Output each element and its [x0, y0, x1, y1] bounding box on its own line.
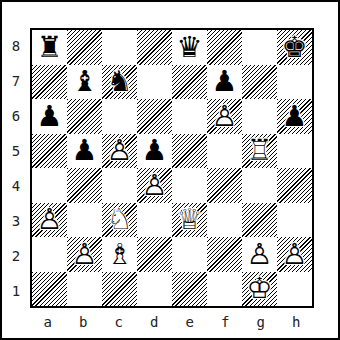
- piece-black-pawn: ♟: [137, 134, 172, 169]
- piece-halo: ♚: [242, 272, 277, 307]
- file-label-h: h: [279, 310, 315, 334]
- piece-halo: ♟: [102, 134, 137, 169]
- rank-label-2: 2: [6, 238, 26, 273]
- square-e2: [172, 237, 207, 272]
- square-d4: ♟♙: [137, 168, 172, 203]
- square-c3: ♞♘: [102, 203, 137, 238]
- square-a3: ♟♙: [32, 203, 67, 238]
- square-g5: ♜♖: [242, 134, 277, 169]
- square-b8: [67, 30, 102, 65]
- rank-label-5: 5: [6, 133, 26, 168]
- square-h3: [277, 203, 312, 238]
- square-e3: ♛♕: [172, 203, 207, 238]
- square-f1: [207, 272, 242, 307]
- square-e4: [172, 168, 207, 203]
- square-f6: ♟♙: [207, 99, 242, 134]
- square-f7: ♟♟: [207, 65, 242, 100]
- square-g1: ♚♔: [242, 272, 277, 307]
- piece-halo: ♟: [277, 237, 312, 272]
- square-d8: [137, 30, 172, 65]
- square-d2: [137, 237, 172, 272]
- square-c1: [102, 272, 137, 307]
- square-h4: [277, 168, 312, 203]
- square-b1: [67, 272, 102, 307]
- square-b2: ♟♙: [67, 237, 102, 272]
- piece-white-pawn: ♙: [277, 237, 312, 272]
- square-c8: [102, 30, 137, 65]
- file-label-e: e: [172, 310, 208, 334]
- piece-black-rook: ♜: [32, 30, 67, 65]
- piece-halo: ♟: [207, 99, 242, 134]
- rank-label-8: 8: [6, 28, 26, 63]
- file-label-c: c: [101, 310, 137, 334]
- square-e8: ♛♛: [172, 30, 207, 65]
- square-g3: [242, 203, 277, 238]
- piece-halo: ♟: [67, 237, 102, 272]
- square-b3: [67, 203, 102, 238]
- piece-white-pawn: ♙: [67, 237, 102, 272]
- square-d6: [137, 99, 172, 134]
- piece-halo: ♟: [137, 134, 172, 169]
- square-a8: ♜♜: [32, 30, 67, 65]
- piece-halo: ♛: [172, 203, 207, 238]
- piece-white-pawn: ♙: [32, 203, 67, 238]
- square-h8: ♚♚: [277, 30, 312, 65]
- square-g7: [242, 65, 277, 100]
- square-c6: [102, 99, 137, 134]
- square-b4: [67, 168, 102, 203]
- file-label-d: d: [137, 310, 173, 334]
- square-b7: ♝♝: [67, 65, 102, 100]
- file-label-f: f: [208, 310, 244, 334]
- piece-halo: ♟: [207, 65, 242, 100]
- piece-halo: ♟: [32, 99, 67, 134]
- piece-halo: ♝: [67, 65, 102, 100]
- piece-black-bishop: ♝: [67, 65, 102, 100]
- piece-halo: ♚: [277, 30, 312, 65]
- piece-halo: ♜: [242, 134, 277, 169]
- square-c4: [102, 168, 137, 203]
- square-b6: [67, 99, 102, 134]
- piece-white-rook: ♖: [242, 134, 277, 169]
- square-d5: ♟♟: [137, 134, 172, 169]
- square-a2: [32, 237, 67, 272]
- piece-white-pawn: ♙: [242, 237, 277, 272]
- piece-white-pawn: ♙: [207, 99, 242, 134]
- piece-white-knight: ♘: [102, 203, 137, 238]
- square-h5: [277, 134, 312, 169]
- piece-halo: ♟: [32, 203, 67, 238]
- piece-halo: ♟: [67, 134, 102, 169]
- square-c7: ♞♞: [102, 65, 137, 100]
- piece-halo: ♟: [242, 237, 277, 272]
- file-label-g: g: [243, 310, 279, 334]
- piece-black-queen: ♛: [172, 30, 207, 65]
- square-a7: [32, 65, 67, 100]
- square-f4: [207, 168, 242, 203]
- file-label-a: a: [30, 310, 66, 334]
- square-d1: [137, 272, 172, 307]
- rank-label-3: 3: [6, 203, 26, 238]
- square-a5: [32, 134, 67, 169]
- piece-black-pawn: ♟: [32, 99, 67, 134]
- file-labels: abcdefgh: [30, 310, 314, 334]
- piece-halo: ♞: [102, 65, 137, 100]
- rank-label-4: 4: [6, 168, 26, 203]
- piece-white-pawn: ♙: [137, 168, 172, 203]
- piece-white-bishop: ♗: [102, 237, 137, 272]
- rank-label-1: 1: [6, 273, 26, 308]
- piece-halo: ♛: [172, 30, 207, 65]
- square-h1: [277, 272, 312, 307]
- piece-black-pawn: ♟: [277, 99, 312, 134]
- square-f2: [207, 237, 242, 272]
- rank-label-6: 6: [6, 98, 26, 133]
- square-c2: ♝♗: [102, 237, 137, 272]
- square-e1: [172, 272, 207, 307]
- piece-black-pawn: ♟: [67, 134, 102, 169]
- piece-halo: ♟: [277, 99, 312, 134]
- file-label-b: b: [66, 310, 102, 334]
- piece-halo: ♞: [102, 203, 137, 238]
- chess-diagram: 87654321 ♜♜♛♛♚♚♝♝♞♞♟♟♟♟♟♙♟♟♟♟♟♙♟♟♜♖♟♙♟♙♞…: [0, 0, 340, 340]
- square-d3: [137, 203, 172, 238]
- square-e7: [172, 65, 207, 100]
- piece-white-king: ♔: [242, 272, 277, 307]
- piece-white-pawn: ♙: [102, 134, 137, 169]
- square-a4: [32, 168, 67, 203]
- rank-labels: 87654321: [6, 28, 26, 308]
- square-f3: [207, 203, 242, 238]
- square-h7: [277, 65, 312, 100]
- piece-black-pawn: ♟: [207, 65, 242, 100]
- square-g8: [242, 30, 277, 65]
- square-c5: ♟♙: [102, 134, 137, 169]
- piece-halo: ♝: [102, 237, 137, 272]
- square-e5: [172, 134, 207, 169]
- square-e6: [172, 99, 207, 134]
- chess-board: ♜♜♛♛♚♚♝♝♞♞♟♟♟♟♟♙♟♟♟♟♟♙♟♟♜♖♟♙♟♙♞♘♛♕♟♙♝♗♟♙…: [30, 28, 314, 308]
- square-a1: [32, 272, 67, 307]
- rank-label-7: 7: [6, 63, 26, 98]
- square-a6: ♟♟: [32, 99, 67, 134]
- square-g4: [242, 168, 277, 203]
- square-f5: [207, 134, 242, 169]
- piece-white-queen: ♕: [172, 203, 207, 238]
- piece-halo: ♜: [32, 30, 67, 65]
- square-h2: ♟♙: [277, 237, 312, 272]
- piece-black-king: ♚: [277, 30, 312, 65]
- square-b5: ♟♟: [67, 134, 102, 169]
- square-d7: [137, 65, 172, 100]
- piece-black-knight: ♞: [102, 65, 137, 100]
- piece-halo: ♟: [137, 168, 172, 203]
- square-h6: ♟♟: [277, 99, 312, 134]
- square-f8: [207, 30, 242, 65]
- square-g6: [242, 99, 277, 134]
- square-g2: ♟♙: [242, 237, 277, 272]
